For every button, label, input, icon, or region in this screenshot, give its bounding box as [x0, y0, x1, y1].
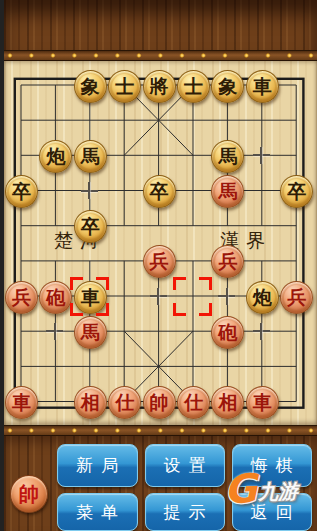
piece-black-soldier[interactable]: 卒	[280, 175, 313, 208]
piece-char: 兵	[218, 252, 237, 271]
piece-char: 車	[253, 77, 272, 96]
piece-char: 仕	[115, 393, 134, 412]
piece-black-soldier[interactable]: 卒	[143, 175, 176, 208]
piece-red-chariot[interactable]: 車	[5, 386, 38, 419]
move-origin-marker-corner	[199, 277, 212, 290]
piece-red-elephant[interactable]: 相	[74, 386, 107, 419]
piece-char: 車	[81, 288, 100, 307]
piece-red-horse[interactable]: 馬	[211, 175, 244, 208]
piece-black-horse[interactable]: 馬	[211, 140, 244, 173]
piece-red-advisor[interactable]: 仕	[108, 386, 141, 419]
piece-black-advisor[interactable]: 士	[108, 70, 141, 103]
piece-red-horse[interactable]: 馬	[74, 316, 107, 349]
piece-char: 相	[218, 393, 237, 412]
piece-char: 炮	[253, 288, 272, 307]
game-screen: 楚河 漢界 象士將士象車炮馬馬卒卒馬卒卒兵兵兵砲車炮兵馬砲車相仕帥仕相車 帥 新…	[4, 0, 317, 531]
point-marker	[81, 182, 98, 199]
piece-black-horse[interactable]: 馬	[74, 140, 107, 173]
piece-char: 卒	[81, 217, 100, 236]
piece-char: 兵	[150, 252, 169, 271]
piece-red-soldier[interactable]: 兵	[143, 245, 176, 278]
piece-char: 士	[184, 77, 203, 96]
piece-char: 象	[81, 77, 100, 96]
piece-char: 炮	[46, 147, 65, 166]
top-rivet-rail	[4, 50, 317, 61]
move-origin-marker-corner	[199, 303, 212, 316]
point-marker	[218, 288, 235, 305]
piece-red-soldier[interactable]: 兵	[5, 281, 38, 314]
piece-char: 卒	[12, 182, 31, 201]
piece-char: 兵	[12, 288, 31, 307]
piece-char: 馬	[218, 147, 237, 166]
point-marker	[46, 323, 63, 340]
piece-black-chariot[interactable]: 車	[74, 281, 107, 314]
point-marker	[253, 147, 270, 164]
piece-black-soldier[interactable]: 卒	[74, 210, 107, 243]
piece-red-general[interactable]: 帥	[143, 386, 176, 419]
piece-char: 兵	[287, 288, 306, 307]
piece-char: 馬	[81, 323, 100, 342]
piece-black-soldier[interactable]: 卒	[5, 175, 38, 208]
piece-char: 砲	[46, 288, 65, 307]
piece-char: 象	[218, 77, 237, 96]
piece-red-chariot[interactable]: 車	[246, 386, 279, 419]
piece-red-advisor[interactable]: 仕	[177, 386, 210, 419]
move-origin-marker-corner	[173, 303, 186, 316]
piece-red-cannon[interactable]: 砲	[39, 281, 72, 314]
piece-char: 馬	[218, 182, 237, 201]
piece-black-elephant[interactable]: 象	[74, 70, 107, 103]
pieces-layer: 象士將士象車炮馬馬卒卒馬卒卒兵兵兵砲車炮兵馬砲車相仕帥仕相車	[4, 0, 317, 531]
piece-char: 車	[12, 393, 31, 412]
piece-black-cannon[interactable]: 炮	[39, 140, 72, 173]
bottom-rivet-rail	[4, 425, 317, 436]
move-origin-marker	[173, 277, 212, 316]
piece-char: 卒	[150, 182, 169, 201]
piece-char: 帥	[150, 393, 169, 412]
piece-char: 砲	[218, 323, 237, 342]
piece-red-soldier[interactable]: 兵	[211, 245, 244, 278]
piece-black-general[interactable]: 將	[143, 70, 176, 103]
piece-black-chariot[interactable]: 車	[246, 70, 279, 103]
move-origin-marker-corner	[173, 277, 186, 290]
piece-red-cannon[interactable]: 砲	[211, 316, 244, 349]
piece-char: 相	[81, 393, 100, 412]
point-marker	[150, 288, 167, 305]
piece-char: 卒	[287, 182, 306, 201]
piece-red-elephant[interactable]: 相	[211, 386, 244, 419]
piece-black-advisor[interactable]: 士	[177, 70, 210, 103]
piece-black-cannon[interactable]: 炮	[246, 281, 279, 314]
piece-red-soldier[interactable]: 兵	[280, 281, 313, 314]
point-marker	[253, 323, 270, 340]
piece-char: 馬	[81, 147, 100, 166]
piece-char: 車	[253, 393, 272, 412]
piece-black-elephant[interactable]: 象	[211, 70, 244, 103]
piece-char: 仕	[184, 393, 203, 412]
piece-char: 士	[115, 77, 134, 96]
piece-char: 將	[150, 77, 169, 96]
